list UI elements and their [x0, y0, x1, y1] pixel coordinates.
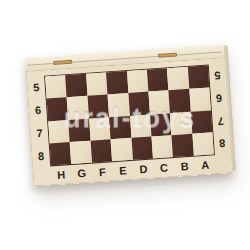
board-square	[190, 110, 212, 134]
coordinate-label: 8	[213, 131, 231, 155]
board-square	[69, 118, 91, 142]
board-square	[128, 92, 150, 116]
coordinate-label: B	[174, 157, 196, 176]
board-square	[50, 142, 72, 166]
chess-box: 5678 5678 HGFEDCBA	[25, 44, 232, 186]
board-square	[45, 75, 67, 99]
hinge-icon	[53, 60, 72, 65]
coordinate-label: 6	[29, 98, 48, 122]
board-square	[70, 140, 92, 164]
board-square	[172, 133, 194, 157]
board-square	[109, 115, 131, 139]
board-square	[48, 120, 70, 144]
coordinate-label: G	[71, 164, 93, 183]
coordinate-label: C	[153, 158, 175, 177]
board-square	[170, 111, 192, 135]
board-grid	[44, 64, 215, 166]
board-square	[86, 72, 108, 96]
board-square	[90, 139, 112, 163]
board-square	[167, 67, 189, 91]
board-square	[89, 117, 111, 141]
board-square	[131, 136, 153, 160]
coordinate-label: 7	[212, 109, 230, 133]
product-photo: 5678 5678 HGFEDCBA ural-toys	[0, 0, 250, 250]
board-square	[87, 95, 109, 119]
board-square	[129, 114, 151, 138]
board-square	[47, 97, 69, 121]
board-half-face: 5678 5678 HGFEDCBA	[26, 58, 232, 186]
coordinate-label: 6	[210, 86, 228, 110]
coordinate-label: A	[194, 155, 216, 174]
coordinate-label: 5	[27, 76, 46, 100]
hinge-icon	[158, 53, 177, 58]
board-square	[150, 113, 172, 137]
board-square	[147, 68, 169, 92]
board-square	[169, 89, 191, 113]
board-square	[108, 93, 130, 117]
board-square	[192, 132, 214, 156]
board-square	[65, 74, 87, 98]
board-square	[106, 71, 128, 95]
coordinate-label: E	[112, 161, 134, 180]
board-square	[151, 135, 173, 159]
board-square	[187, 65, 209, 89]
coordinate-label: 8	[32, 144, 51, 168]
coordinate-label: 5	[209, 63, 227, 87]
coordinate-label: D	[133, 159, 155, 178]
board-square	[148, 90, 170, 114]
board-square	[126, 70, 148, 94]
board-square	[189, 88, 211, 112]
coordinate-label: H	[50, 165, 72, 184]
coordinate-label: F	[91, 162, 113, 181]
board-square	[67, 96, 89, 120]
board-square	[111, 138, 133, 162]
coordinate-label: 7	[30, 121, 49, 145]
